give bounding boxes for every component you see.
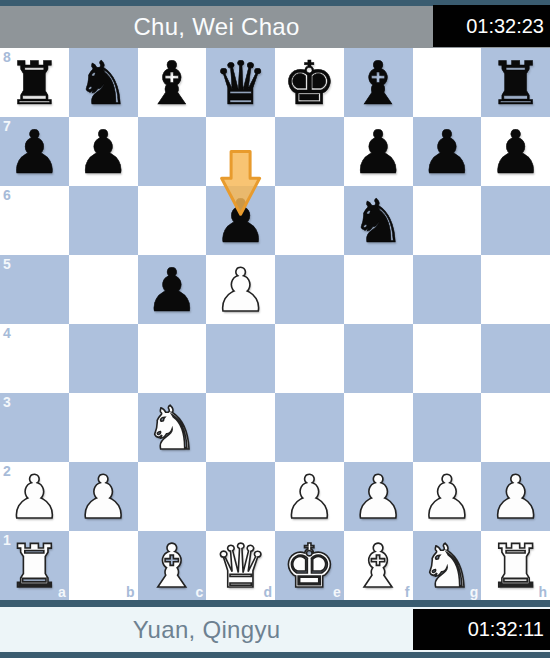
square-a4[interactable]: 4 <box>0 324 69 393</box>
piece-white-knight: ♞ <box>145 398 199 458</box>
bottom-player-name: Yuan, Qingyu <box>0 607 413 652</box>
square-e1[interactable]: e♚ <box>275 531 344 600</box>
square-h8[interactable]: ♜ <box>481 48 550 117</box>
square-g3[interactable] <box>413 393 482 462</box>
piece-white-rook: ♜ <box>7 536 61 596</box>
piece-black-knight: ♞ <box>351 191 405 251</box>
piece-white-pawn: ♟ <box>351 467 405 527</box>
file-label-g: g <box>470 584 479 600</box>
piece-black-rook: ♜ <box>7 53 61 113</box>
square-g8[interactable] <box>413 48 482 117</box>
square-g6[interactable] <box>413 186 482 255</box>
square-a2[interactable]: 2♟ <box>0 462 69 531</box>
square-e5[interactable] <box>275 255 344 324</box>
top-player-bar: Chu, Wei Chao 01:32:23 <box>0 6 550 49</box>
middle-accent-strip <box>0 600 550 607</box>
square-d6[interactable]: ♟ <box>206 186 275 255</box>
square-f7[interactable]: ♟ <box>344 117 413 186</box>
square-g2[interactable]: ♟ <box>413 462 482 531</box>
rank-label-8: 8 <box>3 49 11 65</box>
square-d8[interactable]: ♛ <box>206 48 275 117</box>
rank-label-4: 4 <box>3 325 11 341</box>
piece-white-bishop: ♝ <box>145 536 199 596</box>
file-label-a: a <box>58 584 66 600</box>
square-c7[interactable] <box>138 117 207 186</box>
square-h5[interactable] <box>481 255 550 324</box>
piece-black-bishop: ♝ <box>145 53 199 113</box>
square-f1[interactable]: f♝ <box>344 531 413 600</box>
square-b8[interactable]: ♞ <box>69 48 138 117</box>
piece-black-pawn: ♟ <box>489 122 543 182</box>
square-c1[interactable]: c♝ <box>138 531 207 600</box>
square-a8[interactable]: 8♜ <box>0 48 69 117</box>
square-d7[interactable] <box>206 117 275 186</box>
square-h6[interactable] <box>481 186 550 255</box>
square-c2[interactable] <box>138 462 207 531</box>
piece-black-pawn: ♟ <box>145 260 199 320</box>
piece-white-queen: ♛ <box>214 536 268 596</box>
file-label-d: d <box>263 584 272 600</box>
file-label-b: b <box>126 584 135 600</box>
piece-white-king: ♚ <box>282 536 336 596</box>
square-h1[interactable]: h♜ <box>481 531 550 600</box>
rank-label-1: 1 <box>3 532 11 548</box>
file-label-c: c <box>195 584 203 600</box>
square-c6[interactable] <box>138 186 207 255</box>
bottom-player-bar: Yuan, Qingyu 01:32:11 <box>0 607 550 652</box>
rank-label-5: 5 <box>3 256 11 272</box>
square-h3[interactable] <box>481 393 550 462</box>
file-label-e: e <box>333 584 341 600</box>
piece-white-pawn: ♟ <box>7 467 61 527</box>
square-c4[interactable] <box>138 324 207 393</box>
square-b4[interactable] <box>69 324 138 393</box>
piece-black-bishop: ♝ <box>351 53 405 113</box>
square-b5[interactable] <box>69 255 138 324</box>
rank-label-2: 2 <box>3 463 11 479</box>
piece-white-bishop: ♝ <box>351 536 405 596</box>
top-player-clock: 01:32:23 <box>433 5 550 47</box>
piece-black-pawn: ♟ <box>214 191 268 251</box>
rank-label-3: 3 <box>3 394 11 410</box>
square-g5[interactable] <box>413 255 482 324</box>
bottom-accent-strip <box>0 652 550 658</box>
square-d2[interactable] <box>206 462 275 531</box>
square-g7[interactable]: ♟ <box>413 117 482 186</box>
square-e3[interactable] <box>275 393 344 462</box>
square-b6[interactable] <box>69 186 138 255</box>
file-label-h: h <box>538 584 547 600</box>
top-player-name: Chu, Wei Chao <box>0 6 433 48</box>
square-h2[interactable]: ♟ <box>481 462 550 531</box>
piece-white-pawn: ♟ <box>489 467 543 527</box>
square-g4[interactable] <box>413 324 482 393</box>
square-b3[interactable] <box>69 393 138 462</box>
square-e2[interactable]: ♟ <box>275 462 344 531</box>
chess-board[interactable]: 8♜♞♝♛♚♝♜7♟♟♟♟♟6♟♞5♟♟43♞2♟♟♟♟♟♟1a♜bc♝d♛e♚… <box>0 48 550 600</box>
file-label-f: f <box>405 584 410 600</box>
piece-black-knight: ♞ <box>76 53 130 113</box>
square-f3[interactable] <box>344 393 413 462</box>
bottom-player-clock: 01:32:11 <box>413 609 550 650</box>
piece-black-pawn: ♟ <box>351 122 405 182</box>
piece-black-pawn: ♟ <box>420 122 474 182</box>
piece-black-pawn: ♟ <box>7 122 61 182</box>
piece-white-rook: ♜ <box>489 536 543 596</box>
square-b2[interactable]: ♟ <box>69 462 138 531</box>
square-c3[interactable]: ♞ <box>138 393 207 462</box>
square-d1[interactable]: d♛ <box>206 531 275 600</box>
piece-black-queen: ♛ <box>214 53 268 113</box>
square-a6[interactable]: 6 <box>0 186 69 255</box>
piece-white-pawn: ♟ <box>76 467 130 527</box>
piece-black-rook: ♜ <box>489 53 543 113</box>
piece-white-knight: ♞ <box>420 536 474 596</box>
square-c8[interactable]: ♝ <box>138 48 207 117</box>
piece-white-pawn: ♟ <box>214 260 268 320</box>
rank-label-7: 7 <box>3 118 11 134</box>
square-a3[interactable]: 3 <box>0 393 69 462</box>
square-e7[interactable] <box>275 117 344 186</box>
square-f2[interactable]: ♟ <box>344 462 413 531</box>
square-f8[interactable]: ♝ <box>344 48 413 117</box>
piece-white-pawn: ♟ <box>420 467 474 527</box>
square-h7[interactable]: ♟ <box>481 117 550 186</box>
square-e8[interactable]: ♚ <box>275 48 344 117</box>
square-g1[interactable]: g♞ <box>413 531 482 600</box>
square-e6[interactable] <box>275 186 344 255</box>
piece-white-pawn: ♟ <box>282 467 336 527</box>
square-f5[interactable] <box>344 255 413 324</box>
square-a7[interactable]: 7♟ <box>0 117 69 186</box>
square-f6[interactable]: ♞ <box>344 186 413 255</box>
piece-black-pawn: ♟ <box>76 122 130 182</box>
piece-black-king: ♚ <box>282 53 336 113</box>
square-e4[interactable] <box>275 324 344 393</box>
square-d5[interactable]: ♟ <box>206 255 275 324</box>
square-b7[interactable]: ♟ <box>69 117 138 186</box>
square-b1[interactable]: b <box>69 531 138 600</box>
square-c5[interactable]: ♟ <box>138 255 207 324</box>
square-a5[interactable]: 5 <box>0 255 69 324</box>
square-h4[interactable] <box>481 324 550 393</box>
square-f4[interactable] <box>344 324 413 393</box>
square-d3[interactable] <box>206 393 275 462</box>
square-a1[interactable]: 1a♜ <box>0 531 69 600</box>
square-d4[interactable] <box>206 324 275 393</box>
rank-label-6: 6 <box>3 187 11 203</box>
